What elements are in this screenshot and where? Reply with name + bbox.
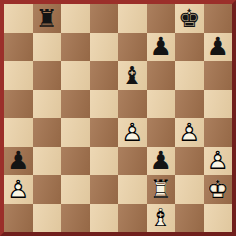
square-d2[interactable]	[90, 175, 119, 204]
white-pawn: ♟♙	[175, 118, 204, 147]
black-pawn: ♟	[204, 33, 233, 62]
square-e1[interactable]	[118, 204, 147, 233]
black-pawn-glyph: ♟	[147, 33, 176, 62]
square-h7[interactable]: ♟	[204, 33, 233, 62]
square-a8[interactable]	[4, 4, 33, 33]
square-f6[interactable]	[147, 61, 176, 90]
black-pawn: ♟	[4, 147, 33, 176]
white-king: ♚♔	[204, 175, 233, 204]
square-g1[interactable]	[175, 204, 204, 233]
square-h8[interactable]	[204, 4, 233, 33]
square-b6[interactable]	[33, 61, 62, 90]
black-pawn-glyph: ♟	[204, 33, 233, 62]
chess-board: ♜♚♟♟♝♟♙♟♙♟♟♟♙♟♙♜♖♚♔♝♗	[4, 4, 232, 232]
white-pawn-outline: ♙	[175, 118, 204, 147]
square-c5[interactable]	[61, 90, 90, 119]
square-g6[interactable]	[175, 61, 204, 90]
square-c8[interactable]	[61, 4, 90, 33]
white-pawn: ♟♙	[4, 175, 33, 204]
square-e7[interactable]	[118, 33, 147, 62]
square-f7[interactable]: ♟	[147, 33, 176, 62]
square-e2[interactable]	[118, 175, 147, 204]
square-f2[interactable]: ♜♖	[147, 175, 176, 204]
black-rook: ♜	[33, 4, 62, 33]
square-a3[interactable]: ♟	[4, 147, 33, 176]
square-e6[interactable]: ♝	[118, 61, 147, 90]
square-c3[interactable]	[61, 147, 90, 176]
square-c6[interactable]	[61, 61, 90, 90]
white-pawn-outline: ♙	[204, 147, 233, 176]
black-bishop-glyph: ♝	[118, 61, 147, 90]
square-h6[interactable]	[204, 61, 233, 90]
chess-board-frame: ♜♚♟♟♝♟♙♟♙♟♟♟♙♟♙♜♖♚♔♝♗	[0, 0, 236, 236]
square-d1[interactable]	[90, 204, 119, 233]
square-b7[interactable]	[33, 33, 62, 62]
square-b2[interactable]	[33, 175, 62, 204]
square-a1[interactable]	[4, 204, 33, 233]
square-f3[interactable]: ♟	[147, 147, 176, 176]
white-pawn-outline: ♙	[4, 175, 33, 204]
square-a6[interactable]	[4, 61, 33, 90]
black-pawn-glyph: ♟	[147, 147, 176, 176]
white-bishop: ♝♗	[147, 204, 176, 233]
black-king-glyph: ♚	[175, 4, 204, 33]
white-king-outline: ♔	[204, 175, 233, 204]
black-pawn: ♟	[147, 33, 176, 62]
square-g3[interactable]	[175, 147, 204, 176]
black-rook-glyph: ♜	[33, 4, 62, 33]
square-b1[interactable]	[33, 204, 62, 233]
white-pawn-outline: ♙	[118, 118, 147, 147]
square-f5[interactable]	[147, 90, 176, 119]
square-e3[interactable]	[118, 147, 147, 176]
square-h2[interactable]: ♚♔	[204, 175, 233, 204]
white-bishop-outline: ♗	[147, 204, 176, 233]
square-h3[interactable]: ♟♙	[204, 147, 233, 176]
square-b3[interactable]	[33, 147, 62, 176]
black-pawn-glyph: ♟	[4, 147, 33, 176]
square-a4[interactable]	[4, 118, 33, 147]
square-b5[interactable]	[33, 90, 62, 119]
square-f1[interactable]: ♝♗	[147, 204, 176, 233]
black-bishop: ♝	[118, 61, 147, 90]
square-c7[interactable]	[61, 33, 90, 62]
square-b8[interactable]: ♜	[33, 4, 62, 33]
white-rook: ♜♖	[147, 175, 176, 204]
square-c2[interactable]	[61, 175, 90, 204]
square-d5[interactable]	[90, 90, 119, 119]
white-pawn: ♟♙	[118, 118, 147, 147]
square-d8[interactable]	[90, 4, 119, 33]
white-pawn: ♟♙	[204, 147, 233, 176]
square-a2[interactable]: ♟♙	[4, 175, 33, 204]
black-pawn: ♟	[147, 147, 176, 176]
square-f4[interactable]	[147, 118, 176, 147]
square-e4[interactable]: ♟♙	[118, 118, 147, 147]
square-h4[interactable]	[204, 118, 233, 147]
square-c1[interactable]	[61, 204, 90, 233]
black-king: ♚	[175, 4, 204, 33]
square-g4[interactable]: ♟♙	[175, 118, 204, 147]
square-d7[interactable]	[90, 33, 119, 62]
square-a7[interactable]	[4, 33, 33, 62]
square-e8[interactable]	[118, 4, 147, 33]
square-e5[interactable]	[118, 90, 147, 119]
square-f8[interactable]	[147, 4, 176, 33]
square-g7[interactable]	[175, 33, 204, 62]
square-h1[interactable]	[204, 204, 233, 233]
square-g5[interactable]	[175, 90, 204, 119]
square-b4[interactable]	[33, 118, 62, 147]
square-c4[interactable]	[61, 118, 90, 147]
square-g8[interactable]: ♚	[175, 4, 204, 33]
white-rook-outline: ♖	[147, 175, 176, 204]
square-d3[interactable]	[90, 147, 119, 176]
square-a5[interactable]	[4, 90, 33, 119]
square-g2[interactable]	[175, 175, 204, 204]
square-h5[interactable]	[204, 90, 233, 119]
square-d6[interactable]	[90, 61, 119, 90]
square-d4[interactable]	[90, 118, 119, 147]
